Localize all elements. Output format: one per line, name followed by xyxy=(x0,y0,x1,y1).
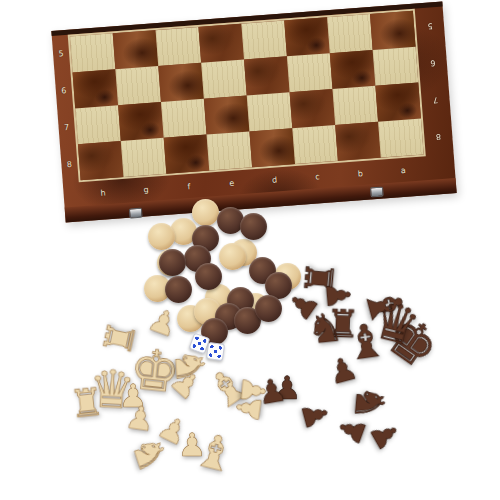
square-h8 xyxy=(78,141,124,180)
file-label-a: a xyxy=(381,156,426,183)
checker-disc-light xyxy=(148,223,175,250)
hinge-2 xyxy=(370,187,384,198)
file-label-d: d xyxy=(252,166,297,193)
square-e8 xyxy=(207,131,253,170)
hinge-1 xyxy=(129,208,143,219)
checker-disc-dark xyxy=(159,249,186,276)
checker-disc-dark xyxy=(165,276,192,303)
square-h7 xyxy=(75,105,121,144)
checker-disc-light xyxy=(192,199,219,226)
rank-label-right-7: 7 xyxy=(420,80,451,119)
checker-disc-dark xyxy=(195,263,222,290)
checker-disc-light xyxy=(219,243,246,270)
chess-piece-light-rook: ♜ xyxy=(68,382,106,423)
square-h5 xyxy=(70,33,116,72)
square-a6 xyxy=(373,47,419,86)
rank-label-right-8: 8 xyxy=(423,117,454,156)
square-b7 xyxy=(333,86,379,125)
chessboard-grid xyxy=(68,9,426,183)
square-b5 xyxy=(327,14,373,53)
square-a7 xyxy=(375,83,421,122)
checker-disc-dark xyxy=(240,213,267,240)
square-e7 xyxy=(204,95,250,134)
square-f6 xyxy=(158,63,204,102)
file-label-f: f xyxy=(167,173,212,200)
rank-label-right-5: 5 xyxy=(415,7,446,46)
file-label-g: g xyxy=(124,176,169,203)
square-d5 xyxy=(241,20,287,59)
square-c5 xyxy=(284,17,330,56)
square-c8 xyxy=(292,125,338,164)
square-e6 xyxy=(201,60,247,99)
file-label-h: h xyxy=(81,179,126,206)
die-face-5 xyxy=(205,341,224,360)
square-c6 xyxy=(287,53,333,92)
rank-label-right-6: 6 xyxy=(417,43,448,82)
folded-chessboard: 5678 5678 hgfedcba xyxy=(51,2,456,223)
file-label-c: c xyxy=(295,163,340,190)
chess-piece-dark-pawn: ♟ xyxy=(321,280,355,311)
chess-piece-dark-pawn: ♟ xyxy=(296,397,334,433)
chess-piece-dark-pawn: ♟ xyxy=(255,373,289,409)
square-b6 xyxy=(330,50,376,89)
square-h6 xyxy=(73,69,119,108)
chess-piece-light-pawn: ♟ xyxy=(144,302,182,342)
square-a5 xyxy=(370,11,416,50)
square-d7 xyxy=(247,92,293,131)
square-e5 xyxy=(198,24,244,63)
file-label-b: b xyxy=(338,160,383,187)
square-g7 xyxy=(118,102,164,141)
chess-piece-light-pawn: ♟ xyxy=(178,429,207,461)
file-label-e: e xyxy=(209,169,254,196)
square-g8 xyxy=(121,138,167,177)
square-f8 xyxy=(164,135,210,174)
square-a8 xyxy=(378,119,424,158)
square-c7 xyxy=(290,89,336,128)
square-b8 xyxy=(335,122,381,161)
checker-disc-dark xyxy=(255,295,282,322)
square-d8 xyxy=(249,128,295,167)
square-g5 xyxy=(113,30,159,69)
square-f5 xyxy=(156,27,202,66)
chess-piece-light-pawn: ♟ xyxy=(124,401,157,437)
square-d6 xyxy=(244,56,290,95)
square-g6 xyxy=(115,66,161,105)
square-f7 xyxy=(161,99,207,138)
chess-piece-light-rook: ♜ xyxy=(98,317,142,358)
product-photo-stage: 5678 5678 hgfedcba ♚♛♜♜♝♝♞♞♟♟♟♟♟♟♟♟ ♚♛♜♜… xyxy=(0,0,500,500)
